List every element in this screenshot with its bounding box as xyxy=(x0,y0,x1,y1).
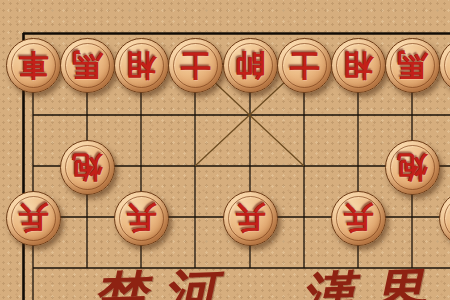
piece-engraved-ring xyxy=(11,43,56,88)
river-label-chu-he: 楚河 xyxy=(91,266,233,300)
piece-cannon-f7r2[interactable]: 炮 xyxy=(385,140,440,195)
piece-character-elephant: 相 xyxy=(332,39,385,92)
piece-character-chariot: 車 xyxy=(7,39,60,92)
piece-engraved-ring xyxy=(65,43,110,88)
piece-engraved-ring xyxy=(119,43,164,88)
piece-character-cannon: 炮 xyxy=(61,141,114,194)
piece-character-elephant: 相 xyxy=(115,39,168,92)
piece-soldier-f0r3[interactable]: 兵 xyxy=(6,191,61,246)
piece-engraved-ring xyxy=(228,43,273,88)
piece-elephant-f6r0[interactable]: 相 xyxy=(331,38,386,93)
piece-soldier-f6r3[interactable]: 兵 xyxy=(331,191,386,246)
piece-engraved-ring xyxy=(11,196,56,241)
piece-character-advisor: 士 xyxy=(169,39,222,92)
piece-soldier-f2r3[interactable]: 兵 xyxy=(114,191,169,246)
piece-advisor-f5r0[interactable]: 士 xyxy=(277,38,332,93)
piece-engraved-ring xyxy=(444,196,450,241)
piece-engraved-ring xyxy=(119,196,164,241)
piece-character-general: 帥 xyxy=(224,39,277,92)
piece-cannon-f1r2[interactable]: 炮 xyxy=(60,140,115,195)
piece-horse-f1r0[interactable]: 馬 xyxy=(60,38,115,93)
river-label-han-jie: 漢界 xyxy=(299,266,441,300)
piece-engraved-ring xyxy=(173,43,218,88)
piece-character-soldier: 兵 xyxy=(115,192,168,245)
piece-character-cannon: 炮 xyxy=(386,141,439,194)
piece-engraved-ring xyxy=(444,43,450,88)
piece-character-soldier: 兵 xyxy=(224,192,277,245)
piece-character-horse: 馬 xyxy=(61,39,114,92)
piece-character-soldier: 兵 xyxy=(332,192,385,245)
piece-general-f4r0[interactable]: 帥 xyxy=(223,38,278,93)
piece-advisor-f3r0[interactable]: 士 xyxy=(168,38,223,93)
piece-horse-f7r0[interactable]: 馬 xyxy=(385,38,440,93)
piece-chariot-f0r0[interactable]: 車 xyxy=(6,38,61,93)
piece-character-soldier: 兵 xyxy=(7,192,60,245)
piece-character-advisor: 士 xyxy=(278,39,331,92)
xiangqi-board[interactable]: 楚河 漢界 車馬相士帥士相馬車炮炮兵兵兵兵兵 xyxy=(0,0,450,300)
piece-engraved-ring xyxy=(282,43,327,88)
piece-engraved-ring xyxy=(336,43,381,88)
piece-engraved-ring xyxy=(65,145,110,190)
piece-elephant-f2r0[interactable]: 相 xyxy=(114,38,169,93)
piece-engraved-ring xyxy=(390,145,435,190)
piece-engraved-ring xyxy=(228,196,273,241)
piece-character-horse: 馬 xyxy=(386,39,439,92)
piece-engraved-ring xyxy=(390,43,435,88)
piece-engraved-ring xyxy=(336,196,381,241)
piece-soldier-f4r3[interactable]: 兵 xyxy=(223,191,278,246)
